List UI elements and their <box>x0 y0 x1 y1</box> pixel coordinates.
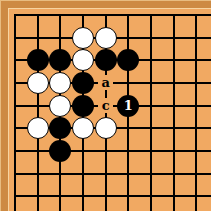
empty-intersection[interactable] <box>185 185 208 208</box>
empty-intersection[interactable] <box>185 117 208 140</box>
empty-intersection[interactable] <box>117 185 140 208</box>
white-stone[interactable] <box>26 117 49 140</box>
empty-intersection[interactable] <box>49 162 72 185</box>
move-number: 1 <box>124 99 133 112</box>
black-stone-glyph: 1 <box>117 95 139 117</box>
black-stone-glyph <box>95 49 117 71</box>
empty-intersection[interactable] <box>140 49 163 72</box>
empty-intersection[interactable] <box>185 4 208 27</box>
empty-intersection[interactable] <box>72 185 95 208</box>
empty-intersection[interactable] <box>49 4 72 27</box>
white-stone-glyph <box>95 117 117 139</box>
white-stone-glyph <box>72 117 94 139</box>
black-stone[interactable] <box>94 49 117 72</box>
point-label-text: c <box>98 98 113 113</box>
black-stone-glyph <box>49 117 71 139</box>
white-stone[interactable] <box>72 26 95 49</box>
empty-intersection[interactable] <box>140 94 163 117</box>
black-stone[interactable] <box>72 72 95 95</box>
empty-intersection[interactable] <box>140 162 163 185</box>
empty-intersection[interactable] <box>140 26 163 49</box>
white-stone[interactable] <box>72 49 95 72</box>
empty-intersection[interactable] <box>140 117 163 140</box>
black-stone-glyph <box>72 95 94 117</box>
empty-intersection[interactable] <box>117 26 140 49</box>
empty-intersection[interactable] <box>140 185 163 208</box>
empty-intersection[interactable] <box>117 72 140 95</box>
black-stone[interactable] <box>49 117 72 140</box>
black-stone[interactable] <box>26 49 49 72</box>
black-stone-glyph <box>72 72 94 94</box>
white-stone-glyph <box>27 117 49 139</box>
empty-intersection[interactable] <box>185 72 208 95</box>
empty-intersection[interactable] <box>72 162 95 185</box>
empty-intersection[interactable] <box>94 185 117 208</box>
empty-intersection[interactable] <box>4 162 27 185</box>
empty-intersection[interactable] <box>49 26 72 49</box>
empty-intersection[interactable] <box>162 162 185 185</box>
black-stone-move-1[interactable]: 1 <box>117 94 140 117</box>
empty-intersection[interactable] <box>4 117 27 140</box>
black-stone-glyph <box>49 49 71 71</box>
point-label-a[interactable]: a <box>94 72 117 95</box>
empty-intersection[interactable] <box>26 140 49 163</box>
white-stone[interactable] <box>26 72 49 95</box>
empty-intersection[interactable] <box>72 140 95 163</box>
empty-intersection[interactable] <box>4 140 27 163</box>
white-stone-glyph <box>49 95 71 117</box>
empty-intersection[interactable] <box>94 4 117 27</box>
empty-intersection[interactable] <box>4 4 27 27</box>
empty-intersection[interactable] <box>117 140 140 163</box>
empty-intersection[interactable] <box>4 72 27 95</box>
empty-intersection[interactable] <box>26 94 49 117</box>
go-board: ac1 <box>8 8 211 211</box>
white-stone-glyph <box>49 72 71 94</box>
black-stone-glyph <box>49 140 71 162</box>
empty-intersection[interactable] <box>185 26 208 49</box>
empty-intersection[interactable] <box>117 162 140 185</box>
white-stone[interactable] <box>94 117 117 140</box>
empty-intersection[interactable] <box>4 26 27 49</box>
empty-intersection[interactable] <box>94 162 117 185</box>
white-stone-glyph <box>72 27 94 49</box>
black-stone-glyph <box>117 49 139 71</box>
empty-intersection[interactable] <box>72 4 95 27</box>
empty-intersection[interactable] <box>26 4 49 27</box>
white-stone[interactable] <box>49 72 72 95</box>
empty-intersection[interactable] <box>162 117 185 140</box>
white-stone[interactable] <box>94 26 117 49</box>
empty-intersection[interactable] <box>94 140 117 163</box>
white-stone[interactable] <box>49 94 72 117</box>
empty-intersection[interactable] <box>162 4 185 27</box>
empty-intersection[interactable] <box>49 185 72 208</box>
empty-intersection[interactable] <box>4 185 27 208</box>
empty-intersection[interactable] <box>162 72 185 95</box>
empty-intersection[interactable] <box>162 140 185 163</box>
empty-intersection[interactable] <box>162 185 185 208</box>
white-stone[interactable] <box>72 117 95 140</box>
black-stone-glyph <box>27 49 49 71</box>
empty-intersection[interactable] <box>4 94 27 117</box>
white-stone-glyph <box>27 72 49 94</box>
go-board-diagram: ac1 <box>0 0 211 211</box>
empty-intersection[interactable] <box>117 117 140 140</box>
empty-intersection[interactable] <box>185 49 208 72</box>
empty-intersection[interactable] <box>4 49 27 72</box>
point-label-text: a <box>98 75 113 90</box>
empty-intersection[interactable] <box>26 185 49 208</box>
empty-intersection[interactable] <box>140 140 163 163</box>
empty-intersection[interactable] <box>185 140 208 163</box>
empty-intersection[interactable] <box>26 26 49 49</box>
empty-intersection[interactable] <box>140 72 163 95</box>
empty-intersection[interactable] <box>185 162 208 185</box>
point-label-c[interactable]: c <box>94 94 117 117</box>
empty-intersection[interactable] <box>26 162 49 185</box>
empty-intersection[interactable] <box>162 26 185 49</box>
empty-intersection[interactable] <box>140 4 163 27</box>
black-stone[interactable] <box>117 49 140 72</box>
empty-intersection[interactable] <box>162 94 185 117</box>
white-stone-glyph <box>95 27 117 49</box>
black-stone[interactable] <box>72 94 95 117</box>
empty-intersection[interactable] <box>117 4 140 27</box>
empty-intersection[interactable] <box>162 49 185 72</box>
black-stone[interactable] <box>49 140 72 163</box>
empty-intersection[interactable] <box>185 94 208 117</box>
board-grid: ac1 <box>4 4 208 208</box>
black-stone[interactable] <box>49 49 72 72</box>
white-stone-glyph <box>72 49 94 71</box>
